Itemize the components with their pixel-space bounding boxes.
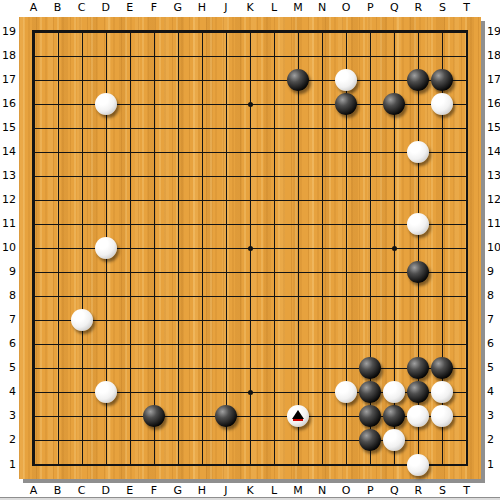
column-label-top: L: [262, 1, 286, 15]
row-label-left: 6: [0, 337, 16, 351]
row-label-left: 17: [0, 73, 16, 87]
column-label-top: N: [310, 1, 334, 15]
column-label-top: J: [214, 1, 238, 15]
column-label-top: A: [22, 1, 46, 15]
column-label-bottom: K: [238, 484, 262, 498]
column-label-top: R: [406, 1, 430, 15]
column-label-top: B: [46, 1, 70, 15]
row-label-left: 1: [0, 458, 16, 472]
column-label-bottom: Q: [382, 484, 406, 498]
row-label-left: 3: [0, 409, 16, 423]
column-label-top: P: [358, 1, 382, 15]
white-stone-S16[interactable]: [431, 93, 453, 115]
column-label-top: G: [166, 1, 190, 15]
star-point: [248, 246, 253, 251]
row-label-right: 6: [487, 337, 500, 351]
black-stone-S17[interactable]: [431, 69, 453, 91]
white-stone-O17[interactable]: [335, 69, 357, 91]
column-label-bottom: T: [455, 484, 479, 498]
row-label-right: 2: [487, 433, 500, 447]
row-label-left: 4: [0, 385, 16, 399]
column-label-bottom: P: [358, 484, 382, 498]
row-label-right: 19: [487, 25, 500, 39]
row-label-left: 14: [0, 145, 16, 159]
row-label-right: 11: [487, 217, 500, 231]
column-label-top: O: [334, 1, 358, 15]
column-label-bottom: C: [70, 484, 94, 498]
row-label-left: 16: [0, 97, 16, 111]
row-label-right: 13: [487, 169, 500, 183]
row-label-left: 5: [0, 361, 16, 375]
column-label-bottom: H: [190, 484, 214, 498]
white-stone-D16[interactable]: [95, 93, 117, 115]
black-stone-Q16[interactable]: [383, 93, 405, 115]
row-label-right: 7: [487, 313, 500, 327]
row-label-right: 4: [487, 385, 500, 399]
row-label-left: 18: [0, 49, 16, 63]
column-label-top: F: [142, 1, 166, 15]
white-stone-D4[interactable]: [95, 381, 117, 403]
column-label-top: H: [190, 1, 214, 15]
column-label-bottom: E: [118, 484, 142, 498]
column-label-bottom: F: [142, 484, 166, 498]
column-label-bottom: S: [430, 484, 454, 498]
row-label-left: 11: [0, 217, 16, 231]
row-label-left: 13: [0, 169, 16, 183]
column-label-bottom: R: [406, 484, 430, 498]
column-label-bottom: B: [46, 484, 70, 498]
column-label-bottom: A: [22, 484, 46, 498]
column-label-top: M: [286, 1, 310, 15]
column-label-bottom: G: [166, 484, 190, 498]
row-label-left: 8: [0, 289, 16, 303]
column-label-top: T: [455, 1, 479, 15]
column-label-top: K: [238, 1, 262, 15]
row-label-right: 17: [487, 73, 500, 87]
row-label-left: 7: [0, 313, 16, 327]
row-label-right: 5: [487, 361, 500, 375]
column-label-bottom: M: [286, 484, 310, 498]
row-label-right: 9: [487, 265, 500, 279]
row-label-right: 3: [487, 409, 500, 423]
row-label-right: 12: [487, 193, 500, 207]
column-label-bottom: J: [214, 484, 238, 498]
black-stone-O16[interactable]: [335, 93, 357, 115]
column-label-bottom: O: [334, 484, 358, 498]
column-label-bottom: D: [94, 484, 118, 498]
white-stone-R1[interactable]: [407, 454, 429, 476]
black-stone-R17[interactable]: [407, 69, 429, 91]
column-label-top: E: [118, 1, 142, 15]
column-label-bottom: N: [310, 484, 334, 498]
row-label-right: 15: [487, 121, 500, 135]
row-label-right: 10: [487, 241, 500, 255]
row-label-right: 18: [487, 49, 500, 63]
triangle-marker: [292, 410, 304, 419]
column-label-top: Q: [382, 1, 406, 15]
row-label-left: 2: [0, 433, 16, 447]
row-label-right: 8: [487, 289, 500, 303]
row-label-right: 14: [487, 145, 500, 159]
row-label-left: 19: [0, 25, 16, 39]
row-label-left: 9: [0, 265, 16, 279]
triangle-marker-accent: [293, 419, 303, 421]
row-label-right: 1: [487, 458, 500, 472]
white-stone-D10[interactable]: [95, 237, 117, 259]
row-label-left: 15: [0, 121, 16, 135]
black-stone-M17[interactable]: [287, 69, 309, 91]
column-label-top: C: [70, 1, 94, 15]
column-label-top: D: [94, 1, 118, 15]
star-point: [248, 102, 253, 107]
row-label-left: 12: [0, 193, 16, 207]
go-board[interactable]: [19, 17, 481, 479]
column-label-top: S: [430, 1, 454, 15]
row-label-left: 10: [0, 241, 16, 255]
go-app-window: AABBCCDDEEFFGGHHJJKKLLMMNNOOPPQQRRSSTT19…: [0, 0, 500, 500]
row-label-right: 16: [487, 97, 500, 111]
column-label-bottom: L: [262, 484, 286, 498]
white-stone-C7[interactable]: [71, 309, 93, 331]
